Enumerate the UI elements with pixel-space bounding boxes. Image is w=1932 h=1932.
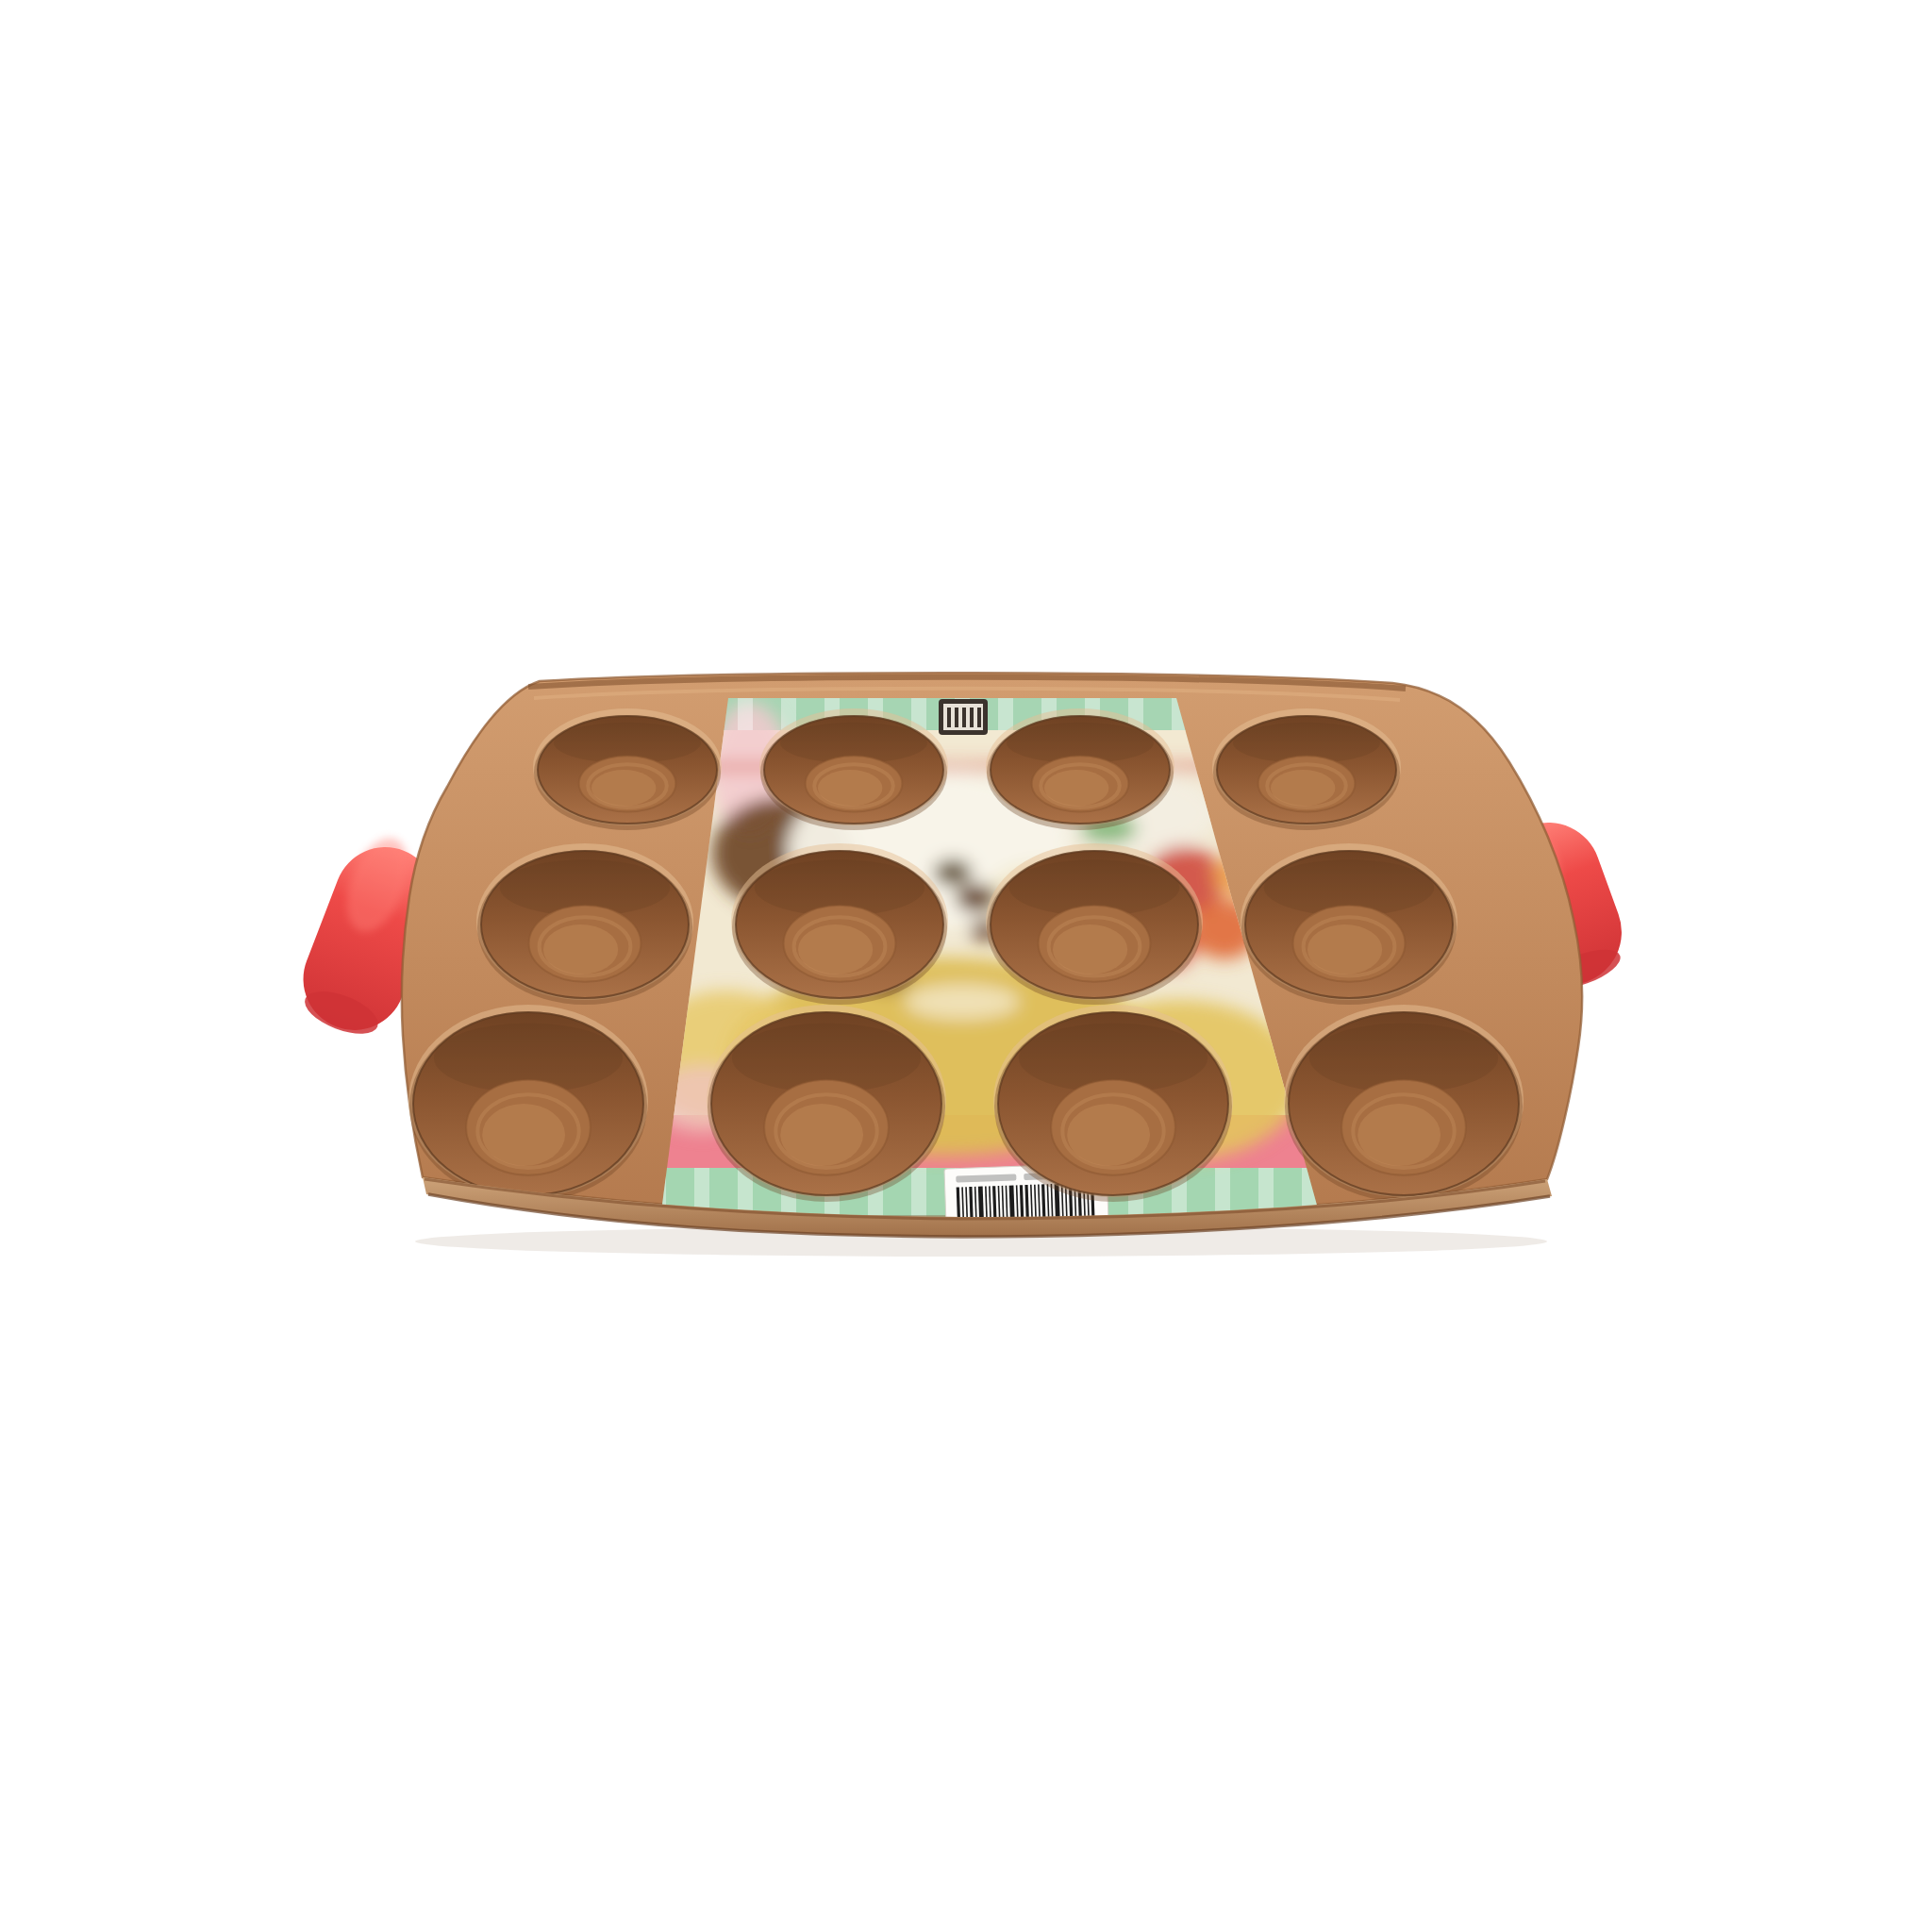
logo-glyph-bar	[977, 708, 981, 727]
muffin-cup-r1c4	[1212, 708, 1401, 830]
muffin-cup-r2c2	[731, 843, 948, 1005]
product-photo-canvas	[0, 0, 1932, 1932]
muffin-cup-r2c1	[476, 843, 693, 1005]
muffin-cup-r1c3	[986, 708, 1174, 830]
brand-logo-mark	[939, 699, 988, 735]
muffin-pan-scene	[0, 0, 1932, 1932]
muffin-cup-r3c2	[707, 1005, 946, 1202]
logo-glyph-bar	[962, 708, 966, 727]
muffin-cup-r1c1	[533, 708, 722, 830]
logo-glyph-bar	[947, 708, 951, 727]
photo-blob	[906, 985, 1019, 1019]
mint-band-stripe	[911, 1168, 926, 1219]
muffin-cup-r1c2	[759, 708, 948, 830]
logo-glyph-bar	[955, 708, 958, 727]
muffin-cup-r2c3	[986, 843, 1203, 1005]
logo-glyph-bar	[970, 708, 974, 727]
muffin-cup-r3c3	[993, 1005, 1233, 1202]
muffin-cup-r3c4	[1284, 1005, 1524, 1202]
mint-band-stripe	[738, 698, 753, 730]
mint-band-stripe	[998, 698, 1013, 730]
photo-blob	[934, 859, 972, 886]
muffin-cup-r3c1	[408, 1005, 648, 1202]
muffin-cup-r2c4	[1241, 843, 1457, 1005]
